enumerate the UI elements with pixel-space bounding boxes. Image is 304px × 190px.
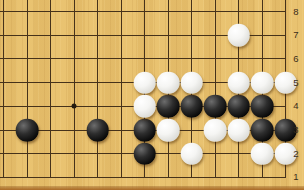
grid-line-vertical <box>3 0 4 178</box>
white-stone-s2 <box>251 142 274 165</box>
white-stone-s5 <box>251 71 274 94</box>
row-label-6: 6 <box>293 54 298 64</box>
row-label-1: 1 <box>293 173 298 183</box>
go-board-diagram: 87654321 <box>0 0 304 190</box>
white-stone-p2 <box>180 142 203 165</box>
black-stone-p4 <box>180 95 203 118</box>
grid-line-vertical <box>50 0 51 178</box>
board-bottom-edge <box>0 186 304 190</box>
white-stone-n5 <box>133 71 156 94</box>
white-stone-o3 <box>157 119 180 142</box>
row-label-8: 8 <box>293 7 298 17</box>
grid-line-horizontal <box>0 11 286 12</box>
row-label-2: 2 <box>293 149 298 159</box>
row-label-7: 7 <box>293 30 298 40</box>
white-stone-r3 <box>227 119 250 142</box>
row-label-4: 4 <box>293 102 298 112</box>
star-point-k4 <box>72 104 77 109</box>
grid-line-vertical <box>27 0 28 178</box>
white-stone-n4 <box>133 95 156 118</box>
grid-line-horizontal <box>0 177 286 178</box>
white-stone-r5 <box>227 71 250 94</box>
black-stone-s4 <box>251 95 274 118</box>
black-stone-q4 <box>204 95 227 118</box>
row-label-5: 5 <box>293 78 298 88</box>
black-stone-n2 <box>133 142 156 165</box>
grid-line-vertical <box>97 0 98 178</box>
black-stone-h3 <box>16 119 39 142</box>
black-stone-o4 <box>157 95 180 118</box>
black-stone-r4 <box>227 95 250 118</box>
black-stone-s3 <box>251 119 274 142</box>
white-stone-q3 <box>204 119 227 142</box>
white-stone-r7 <box>227 24 250 47</box>
white-stone-p5 <box>180 71 203 94</box>
grid-line-horizontal <box>0 58 286 59</box>
grid-line-vertical <box>215 0 216 178</box>
black-stone-l3 <box>86 119 109 142</box>
black-stone-n3 <box>133 119 156 142</box>
row-label-3: 3 <box>293 125 298 135</box>
grid-line-vertical <box>74 0 75 178</box>
white-stone-o5 <box>157 71 180 94</box>
grid-line-vertical <box>121 0 122 178</box>
